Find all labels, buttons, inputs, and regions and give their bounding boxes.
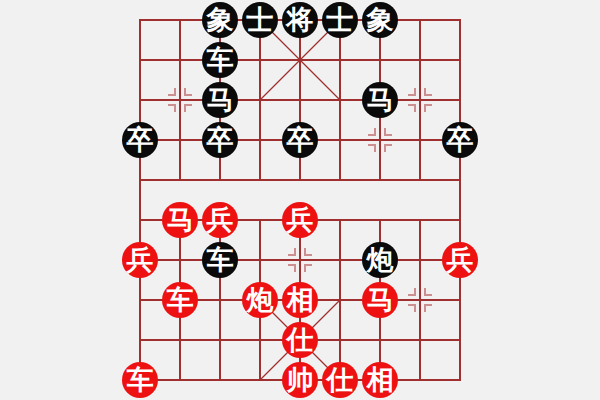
piece-red-horse[interactable]: 马 [362,282,398,318]
piece-black-horse[interactable]: 马 [202,82,238,118]
xiangqi-board: 象士将士象车马马卒卒卒卒马兵兵兵车炮兵车炮相马仕车帅仕相 [0,0,600,400]
point-marker-bracket [408,104,416,112]
point-marker-bracket [368,144,376,152]
piece-black-horse[interactable]: 马 [362,82,398,118]
piece-black-general[interactable]: 将 [282,2,318,38]
point-marker-bracket [384,144,392,152]
point-marker-bracket [408,88,416,96]
piece-red-soldier[interactable]: 兵 [202,202,238,238]
point-marker [400,80,440,120]
piece-black-soldier[interactable]: 卒 [122,122,158,158]
piece-red-general[interactable]: 帅 [282,362,318,398]
board-grid[interactable]: 象士将士象车马马卒卒卒卒马兵兵兵车炮兵车炮相马仕车帅仕相 [120,0,480,400]
point-marker-bracket [368,128,376,136]
piece-black-chariot[interactable]: 车 [202,242,238,278]
point-marker-bracket [384,128,392,136]
piece-black-soldier[interactable]: 卒 [202,122,238,158]
piece-red-soldier[interactable]: 兵 [282,202,318,238]
piece-red-chariot[interactable]: 车 [122,362,158,398]
point-marker-bracket [168,88,176,96]
piece-black-advisor[interactable]: 士 [242,2,278,38]
point-marker [160,80,200,120]
piece-red-soldier[interactable]: 兵 [122,242,158,278]
piece-red-horse[interactable]: 马 [162,202,198,238]
point-marker-bracket [184,88,192,96]
piece-black-advisor[interactable]: 士 [322,2,358,38]
point-marker-bracket [288,264,296,272]
piece-black-soldier[interactable]: 卒 [282,122,318,158]
point-marker [360,120,400,160]
piece-red-elephant[interactable]: 相 [362,362,398,398]
point-marker-bracket [168,104,176,112]
piece-black-soldier[interactable]: 卒 [442,122,478,158]
piece-black-chariot[interactable]: 车 [202,42,238,78]
piece-red-cannon[interactable]: 炮 [242,282,278,318]
point-marker-bracket [304,248,312,256]
point-marker-bracket [424,104,432,112]
point-marker [280,240,320,280]
piece-red-advisor[interactable]: 仕 [282,322,318,358]
point-marker [400,280,440,320]
piece-black-elephant[interactable]: 象 [202,2,238,38]
piece-black-cannon[interactable]: 炮 [362,242,398,278]
point-marker-bracket [408,288,416,296]
point-marker-bracket [424,288,432,296]
piece-red-advisor[interactable]: 仕 [322,362,358,398]
piece-red-chariot[interactable]: 车 [162,282,198,318]
piece-red-elephant[interactable]: 相 [282,282,318,318]
point-marker-bracket [304,264,312,272]
point-marker-bracket [424,88,432,96]
point-marker-bracket [184,104,192,112]
point-marker-bracket [424,304,432,312]
piece-black-elephant[interactable]: 象 [362,2,398,38]
point-marker-bracket [288,248,296,256]
piece-red-soldier[interactable]: 兵 [442,242,478,278]
point-marker-bracket [408,304,416,312]
